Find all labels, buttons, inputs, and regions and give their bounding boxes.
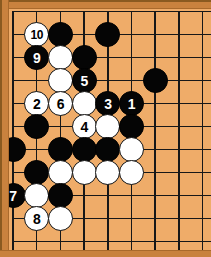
go-diagram: 10952631478 [0,0,211,257]
board-frame-bottom [0,250,211,257]
stone-white [48,206,73,231]
grid-vertical-line [154,11,156,250]
stone-black-move-5: 5 [72,68,97,93]
move-number-label: 3 [104,97,111,111]
stone-white-move-6: 6 [48,91,73,116]
stone-white [48,68,73,93]
stone-black [143,68,168,93]
stone-white [48,45,73,70]
stone-white [24,183,49,208]
stone-black [24,160,49,185]
stone-black [48,183,73,208]
stone-black [95,22,120,47]
stone-white [72,160,97,185]
move-number-label: 1 [128,97,135,111]
move-number-label: 6 [57,97,64,111]
stone-black [48,137,73,162]
stone-white [119,160,144,185]
stone-white [95,160,120,185]
move-number-label: 7 [9,189,16,203]
move-number-label: 2 [33,97,40,111]
stone-black [48,22,73,47]
stone-white [72,91,97,116]
stone-white-move-4: 4 [72,114,97,139]
stone-black-move-9: 9 [24,45,49,70]
board-frame-left [0,0,9,257]
stone-black [24,114,49,139]
stone-white-move-10: 10 [24,22,49,47]
move-number-label: 9 [33,51,40,65]
grid-vertical-line [12,11,14,250]
stone-white [119,137,144,162]
grid-vertical-line [178,11,180,250]
stone-white [95,114,120,139]
stone-white-move-2: 2 [24,91,49,116]
move-number-label: 8 [33,212,40,226]
board-frame-top [0,0,211,9]
grid-vertical-line [202,11,204,250]
move-number-label: 10 [31,29,43,41]
stone-black-move-3: 3 [95,91,120,116]
stone-black [72,45,97,70]
stone-black [95,137,120,162]
stone-white-move-8: 8 [24,206,49,231]
move-number-label: 4 [80,120,87,134]
grid-horizontal-line [12,241,211,243]
stone-black [119,114,144,139]
stone-white [48,160,73,185]
grid-horizontal-line [12,11,211,13]
grid-horizontal-line [12,80,211,82]
stone-black-move-1: 1 [119,91,144,116]
stone-black [72,137,97,162]
move-number-label: 5 [80,74,87,88]
